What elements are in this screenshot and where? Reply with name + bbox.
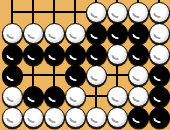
empty-intersection-c4-r1[interactable] — [65, 2, 86, 23]
black-stone-c5-r2 — [86, 23, 107, 44]
white-stone-c8-r1 — [149, 2, 170, 23]
white-stone-c4-r6 — [65, 107, 86, 128]
white-stone-c6-r3 — [107, 44, 128, 65]
black-stone-c8-r6 — [149, 107, 170, 128]
white-stone-c5-r4 — [86, 65, 107, 86]
white-stone-c7-r5 — [128, 86, 149, 107]
white-stone-c7-r4 — [128, 65, 149, 86]
black-stone-c4-r3 — [65, 44, 86, 65]
black-stone-c2-r3 — [23, 44, 44, 65]
white-stone-c3-r6 — [44, 107, 65, 128]
black-stone-c2-r5 — [23, 86, 44, 107]
white-stone-c2-r2 — [23, 23, 44, 44]
empty-intersection-c2-r1[interactable] — [23, 2, 44, 23]
white-stone-c1-r5 — [2, 86, 23, 107]
empty-intersection-c2-r4[interactable] — [23, 65, 44, 86]
black-stone-c3-r3 — [44, 44, 65, 65]
white-stone-c3-r2 — [44, 23, 65, 44]
white-stone-c1-r2 — [2, 23, 23, 44]
black-stone-c4-r4 — [65, 65, 86, 86]
white-stone-c5-r6 — [86, 107, 107, 128]
black-stone-c7-r6 — [128, 107, 149, 128]
empty-intersection-c3-r1[interactable] — [44, 2, 65, 23]
empty-intersection-c1-r1[interactable] — [2, 2, 23, 23]
white-stone-c4-r5 — [65, 86, 86, 107]
black-stone-c8-r5 — [149, 86, 170, 107]
empty-intersection-c6-r4[interactable] — [107, 65, 128, 86]
empty-intersection-c3-r4[interactable] — [44, 65, 65, 86]
white-stone-c4-r2 — [65, 23, 86, 44]
black-stone-c7-r3 — [128, 44, 149, 65]
white-stone-c5-r1 — [86, 2, 107, 23]
black-stone-c5-r3 — [86, 44, 107, 65]
go-board[interactable] — [0, 0, 170, 130]
black-stone-c8-r4 — [149, 65, 170, 86]
black-stone-c3-r5 — [44, 86, 65, 107]
white-stone-c8-r3 — [149, 44, 170, 65]
empty-intersection-c5-r5[interactable] — [86, 86, 107, 107]
black-stone-c1-r3 — [2, 44, 23, 65]
black-stone-c6-r2 — [107, 23, 128, 44]
black-stone-c7-r2 — [128, 23, 149, 44]
black-stone-c1-r4 — [2, 65, 23, 86]
white-stone-c1-r6 — [2, 107, 23, 128]
white-stone-c2-r6 — [23, 107, 44, 128]
white-stone-c7-r1 — [128, 2, 149, 23]
white-stone-c6-r5 — [107, 86, 128, 107]
white-stone-c6-r1 — [107, 2, 128, 23]
white-stone-c8-r2 — [149, 23, 170, 44]
white-stone-c6-r6 — [107, 107, 128, 128]
